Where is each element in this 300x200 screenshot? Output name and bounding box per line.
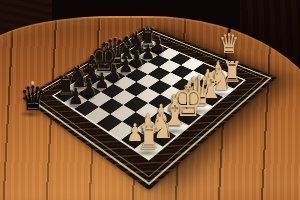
off-board-white-queen: ♛ [219,30,240,57]
off-board-black-queen: ♛ [20,81,46,115]
scene: ♛ ♛ ♜♞♝♚♛♝♞♜♟♟♟♟♟♟♟♟♟♟♟♟♟♟♟♟♜♞♝♚♛♝♞♜ [0,0,300,200]
